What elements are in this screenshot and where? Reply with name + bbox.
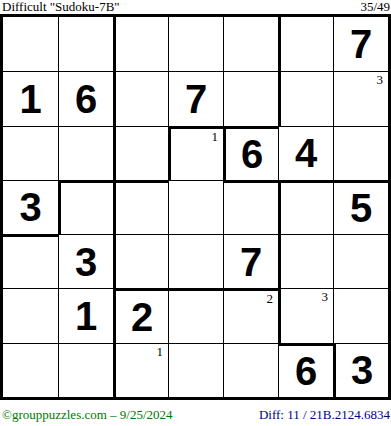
footer: ©grouppuzzles.com – 9/25/2024 Diff: 11 /… — [0, 408, 391, 422]
pencil-mark: 3 — [322, 290, 329, 303]
pencil-mark: 1 — [212, 130, 219, 143]
cell-r4c7[interactable]: 5 — [333, 180, 388, 234]
cell-r2c1[interactable]: 1 — [3, 71, 58, 125]
cell-r2c7[interactable]: 3 — [333, 71, 388, 125]
cell-r2c4[interactable]: 7 — [168, 71, 223, 125]
cell-r7c4[interactable] — [168, 343, 223, 397]
given-digit: 3 — [351, 350, 373, 390]
cell-r1c4[interactable] — [168, 17, 223, 71]
pencil-mark: 1 — [157, 345, 164, 358]
cell-r4c3[interactable] — [113, 180, 168, 234]
cell-r7c2[interactable] — [58, 343, 113, 397]
cell-r6c6[interactable]: 3 — [278, 288, 333, 342]
cell-r3c2[interactable] — [58, 126, 113, 180]
cell-r5c4[interactable] — [168, 234, 223, 288]
cell-r3c3[interactable] — [113, 126, 168, 180]
cell-r2c6[interactable] — [278, 71, 333, 125]
given-digit: 1 — [19, 79, 41, 119]
cell-r6c7[interactable] — [333, 288, 388, 342]
cell-r5c7[interactable] — [333, 234, 388, 288]
given-digit: 5 — [350, 188, 372, 228]
cell-r6c1[interactable] — [3, 288, 58, 342]
pencil-mark: 3 — [377, 73, 384, 86]
cell-r3c1[interactable] — [3, 126, 58, 180]
header: Difficult "Sudoku-7B" 35/49 — [0, 0, 391, 14]
given-digit: 3 — [19, 187, 41, 227]
cell-r1c2[interactable] — [58, 17, 113, 71]
cell-r7c6[interactable]: 6 — [278, 343, 333, 397]
puzzle-page: Difficult "Sudoku-7B" 35/49 716731643537… — [0, 0, 391, 426]
cell-r3c5[interactable]: 6 — [223, 126, 278, 180]
given-digit: 7 — [240, 242, 262, 282]
sudoku-board: 7167316435371223163 — [0, 14, 391, 400]
cell-r2c3[interactable] — [113, 71, 168, 125]
given-digit: 2 — [131, 297, 153, 337]
cell-r4c4[interactable] — [168, 180, 223, 234]
cell-r6c2[interactable]: 1 — [58, 288, 113, 342]
given-digit: 6 — [75, 79, 97, 119]
cell-r4c1[interactable]: 3 — [3, 180, 58, 234]
pencil-mark: 2 — [267, 292, 274, 305]
cell-r1c1[interactable] — [3, 17, 58, 71]
cell-r6c3[interactable]: 2 — [113, 288, 168, 342]
cell-r7c5[interactable] — [223, 343, 278, 397]
given-digit: 3 — [75, 242, 97, 282]
cell-r4c5[interactable] — [223, 180, 278, 234]
puzzle-title: Difficult "Sudoku-7B" — [0, 0, 120, 13]
copyright-text: ©grouppuzzles.com – 9/25/2024 — [0, 408, 173, 422]
given-digit: 6 — [241, 134, 263, 174]
cell-r5c1[interactable] — [3, 234, 58, 288]
cell-r5c2[interactable]: 3 — [58, 234, 113, 288]
cell-r5c3[interactable] — [113, 234, 168, 288]
cell-r7c1[interactable] — [3, 343, 58, 397]
cell-r3c4[interactable]: 1 — [168, 126, 223, 180]
cell-r4c6[interactable] — [278, 180, 333, 234]
cell-r2c5[interactable] — [223, 71, 278, 125]
given-digit: 7 — [350, 24, 372, 64]
cell-r7c3[interactable]: 1 — [113, 343, 168, 397]
given-digit: 7 — [185, 79, 207, 119]
cell-r7c7[interactable]: 3 — [333, 343, 388, 397]
cell-r2c2[interactable]: 6 — [58, 71, 113, 125]
difficulty-text: Diff: 11 / 21B.2124.6834 — [259, 408, 391, 422]
cell-r5c6[interactable] — [278, 234, 333, 288]
cell-r1c6[interactable] — [278, 17, 333, 71]
cell-r1c3[interactable] — [113, 17, 168, 71]
cell-r4c2[interactable] — [58, 180, 113, 234]
cell-r3c6[interactable]: 4 — [278, 126, 333, 180]
cell-r1c7[interactable]: 7 — [333, 17, 388, 71]
cell-r6c5[interactable]: 2 — [223, 288, 278, 342]
given-digit: 1 — [75, 296, 97, 336]
given-digit: 6 — [295, 351, 317, 391]
given-digit: 4 — [295, 133, 317, 173]
cell-r1c5[interactable] — [223, 17, 278, 71]
cell-r5c5[interactable]: 7 — [223, 234, 278, 288]
cell-r6c4[interactable] — [168, 288, 223, 342]
cell-r3c7[interactable] — [333, 126, 388, 180]
cells-remaining-counter: 35/49 — [360, 0, 391, 13]
